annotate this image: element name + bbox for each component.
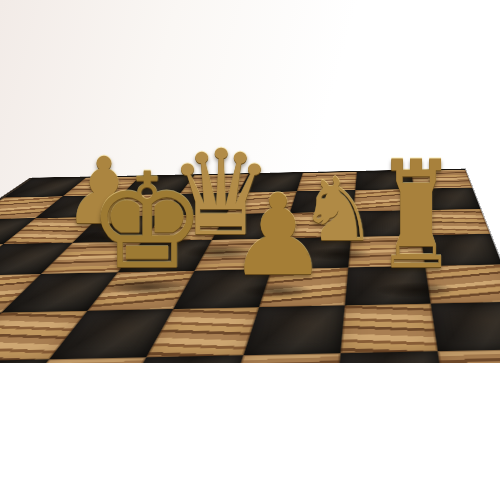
pieces-layer: ♟ ♟ ♚ ♚ ♛ ♛ ♟ ♟ ♞ ♞ — [0, 0, 500, 363]
rook-glyph: ♜ — [377, 141, 456, 290]
photo-crop: ♟ ♟ ♚ ♚ ♛ ♛ ♟ ♟ ♞ ♞ — [0, 0, 500, 363]
knight-glyph: ♞ — [299, 166, 378, 254]
photo-stage: ♟ ♟ ♚ ♚ ♛ ♛ ♟ ♟ ♞ ♞ — [0, 0, 500, 500]
